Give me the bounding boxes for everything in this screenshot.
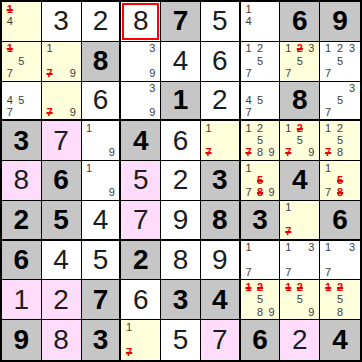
empty-mark-slot: [254, 242, 266, 254]
empty-mark-slot: [254, 266, 266, 278]
empty-mark-slot: [322, 174, 334, 186]
cell-r2c5[interactable]: 4: [161, 42, 201, 82]
empty-mark-slot: [243, 28, 255, 40]
empty-mark-slot: [16, 83, 28, 95]
empty-mark-slot: [282, 214, 294, 226]
cell-r8c1[interactable]: 1: [2, 280, 42, 320]
pencil-marks: 19: [82, 121, 120, 160]
cell-r4c8[interactable]: 12579: [280, 121, 320, 161]
cell-r5c7[interactable]: 15789: [241, 161, 281, 201]
cell-r1c3[interactable]: 2: [82, 2, 122, 42]
candidate-9: 9: [67, 106, 79, 118]
pencil-marks: 457: [2, 82, 41, 120]
pencil-marks: 1578: [320, 161, 360, 200]
empty-mark-slot: [294, 202, 306, 214]
candidate-3: 3: [147, 83, 159, 95]
empty-mark-slot: [123, 334, 135, 347]
solved-digit: 2: [292, 326, 308, 354]
cell-r2c7[interactable]: 1257: [241, 42, 281, 82]
empty-mark-slot: [322, 306, 334, 318]
cell-r6c1[interactable]: 2: [2, 201, 42, 241]
empty-mark-slot: [27, 106, 39, 118]
candidate-8: 8: [334, 147, 346, 159]
empty-mark-slot: [55, 67, 67, 79]
given-digit: 4: [133, 127, 149, 155]
empty-mark-slot: [147, 94, 159, 106]
candidate-1: 1: [84, 122, 95, 134]
empty-mark-slot: [243, 294, 255, 306]
empty-mark-slot: [282, 294, 294, 306]
cell-r7c2[interactable]: 4: [42, 241, 82, 281]
empty-mark-slot: [95, 135, 106, 147]
candidate-1: 1: [243, 242, 255, 254]
pencil-marks: 15789: [241, 161, 280, 200]
candidate-1: 1: [243, 162, 255, 174]
empty-mark-slot: [322, 135, 334, 147]
empty-mark-slot: [294, 266, 306, 278]
pencil-marks: 12357: [280, 42, 319, 81]
candidate-3: 3: [147, 43, 159, 55]
empty-mark-slot: [254, 162, 266, 174]
empty-mark-slot: [346, 254, 358, 266]
cell-r8c9[interactable]: 1258: [320, 280, 360, 320]
candidate-7: 7: [4, 106, 16, 118]
empty-mark-slot: [123, 67, 135, 79]
cell-r9c1[interactable]: 9: [2, 320, 42, 360]
empty-mark-slot: [27, 15, 39, 27]
empty-mark-slot: [266, 122, 278, 134]
empty-mark-slot: [346, 55, 358, 67]
pencil-marks: 137: [280, 241, 319, 280]
cell-r1c9[interactable]: 9: [320, 2, 360, 42]
empty-mark-slot: [346, 147, 358, 159]
empty-mark-slot: [346, 67, 358, 79]
cell-r1c8[interactable]: 6: [280, 2, 320, 42]
given-digit: 8: [93, 47, 109, 75]
cell-r1c7[interactable]: 14: [241, 2, 281, 42]
candidate-2: 2: [254, 122, 266, 134]
pencil-marks: 157: [2, 42, 41, 81]
empty-mark-slot: [16, 28, 28, 40]
candidate-3: 3: [346, 83, 358, 95]
empty-mark-slot: [147, 55, 159, 67]
empty-mark-slot: [306, 254, 318, 266]
empty-mark-slot: [266, 281, 278, 293]
pencil-marks: 457: [241, 82, 280, 120]
empty-mark-slot: [123, 83, 135, 95]
cell-r1c2[interactable]: 3: [42, 2, 82, 42]
cell-r6c7[interactable]: 3: [241, 201, 281, 241]
pencil-marks: 39: [121, 82, 160, 120]
empty-mark-slot: [322, 254, 334, 266]
pencil-marks: 357: [320, 82, 360, 120]
empty-mark-slot: [44, 94, 56, 106]
cell-r2c4[interactable]: 39: [121, 42, 161, 82]
cell-r3c5[interactable]: 1: [161, 82, 201, 122]
empty-mark-slot: [266, 43, 278, 55]
empty-mark-slot: [135, 334, 147, 347]
empty-mark-slot: [135, 346, 147, 359]
empty-mark-slot: [135, 321, 147, 334]
candidate-1: 1: [243, 3, 255, 15]
candidate-5: 5: [294, 55, 306, 67]
empty-mark-slot: [55, 43, 67, 55]
empty-mark-slot: [27, 83, 39, 95]
empty-mark-slot: [95, 122, 106, 134]
solved-digit: 6: [212, 47, 228, 75]
solved-digit: 9: [173, 206, 189, 234]
empty-mark-slot: [123, 43, 135, 55]
cell-r2c6[interactable]: 6: [201, 42, 241, 82]
candidate-5: 5: [294, 135, 306, 147]
cell-r7c1[interactable]: 6: [2, 241, 42, 281]
empty-mark-slot: [225, 147, 236, 159]
cell-r5c4[interactable]: 5: [121, 161, 161, 201]
cell-r6c3[interactable]: 4: [82, 201, 122, 241]
candidate-1: 1: [123, 321, 135, 334]
empty-mark-slot: [346, 266, 358, 278]
empty-mark-slot: [123, 55, 135, 67]
cell-r9c2[interactable]: 8: [42, 320, 82, 360]
cell-r7c3[interactable]: 5: [82, 241, 122, 281]
empty-mark-slot: [106, 135, 117, 147]
pencil-marks: 39: [121, 42, 160, 81]
cell-r2c2[interactable]: 179: [42, 42, 82, 82]
candidate-7-eliminated: 7: [44, 67, 56, 79]
candidate-9: 9: [147, 106, 159, 118]
cell-r8c2[interactable]: 2: [42, 280, 82, 320]
pencil-marks: 17: [201, 121, 239, 160]
given-digit: 2: [133, 246, 149, 274]
cell-r4c9[interactable]: 12578: [320, 121, 360, 161]
empty-mark-slot: [254, 83, 266, 95]
empty-mark-slot: [147, 346, 159, 359]
cell-r3c8[interactable]: 8: [280, 82, 320, 122]
empty-mark-slot: [67, 55, 79, 67]
solved-digit: 4: [173, 47, 189, 75]
cell-r9c6[interactable]: 7: [201, 320, 241, 360]
pencil-marks: 14: [2, 2, 41, 41]
candidate-7-eliminated: 7: [322, 147, 334, 159]
empty-mark-slot: [27, 43, 39, 55]
cell-r6c6[interactable]: 8: [201, 201, 241, 241]
solved-digit: 5: [173, 326, 189, 354]
empty-mark-slot: [254, 15, 266, 27]
cell-r7c8[interactable]: 137: [280, 241, 320, 281]
solved-digit: 5: [133, 166, 149, 194]
empty-mark-slot: [346, 106, 358, 118]
empty-mark-slot: [135, 94, 147, 106]
pencil-marks: 17: [280, 201, 319, 239]
empty-mark-slot: [27, 28, 39, 40]
empty-mark-slot: [55, 94, 67, 106]
empty-mark-slot: [266, 67, 278, 79]
empty-mark-slot: [306, 294, 318, 306]
cell-r3c1[interactable]: 457: [2, 82, 42, 122]
given-digit: 7: [173, 7, 189, 35]
empty-mark-slot: [294, 214, 306, 226]
cell-r9c7[interactable]: 6: [241, 320, 281, 360]
empty-mark-slot: [322, 55, 334, 67]
candidate-5: 5: [254, 94, 266, 106]
empty-mark-slot: [266, 28, 278, 40]
empty-mark-slot: [95, 187, 106, 199]
candidate-7: 7: [322, 67, 334, 79]
solved-digit: 8: [133, 7, 149, 35]
candidate-7: 7: [322, 187, 334, 199]
cell-r7c5[interactable]: 8: [161, 241, 201, 281]
cell-r4c6[interactable]: 17: [201, 121, 241, 161]
empty-mark-slot: [294, 254, 306, 266]
solved-digit: 8: [14, 166, 30, 194]
candidate-8-eliminated: 8: [254, 187, 266, 199]
empty-mark-slot: [266, 94, 278, 106]
cell-r1c4[interactable]: 8: [121, 2, 161, 42]
cell-r2c1[interactable]: 157: [2, 42, 42, 82]
empty-mark-slot: [346, 122, 358, 134]
candidate-1-eliminated: 1: [282, 281, 294, 293]
cell-r4c2[interactable]: 7: [42, 121, 82, 161]
empty-mark-slot: [55, 106, 67, 118]
pencil-marks: 17: [121, 320, 160, 360]
cell-r3c9[interactable]: 357: [320, 82, 360, 122]
cell-r4c5[interactable]: 6: [161, 121, 201, 161]
empty-mark-slot: [322, 94, 334, 106]
candidate-9: 9: [147, 67, 159, 79]
empty-mark-slot: [306, 266, 318, 278]
empty-mark-slot: [306, 122, 318, 134]
cell-r9c9[interactable]: 4: [320, 320, 360, 360]
empty-mark-slot: [243, 306, 255, 318]
empty-mark-slot: [95, 147, 106, 159]
candidate-1: 1: [322, 43, 334, 55]
given-digit: 6: [252, 326, 268, 354]
cell-r6c5[interactable]: 9: [161, 201, 201, 241]
candidate-3: 3: [306, 242, 318, 254]
given-digit: 8: [212, 206, 228, 234]
candidate-5: 5: [294, 294, 306, 306]
candidate-5: 5: [334, 135, 346, 147]
cell-r7c6[interactable]: 9: [201, 241, 241, 281]
empty-mark-slot: [254, 106, 266, 118]
candidate-8: 8: [254, 306, 266, 318]
candidate-1: 1: [243, 122, 255, 134]
empty-mark-slot: [266, 55, 278, 67]
candidate-7: 7: [243, 106, 255, 118]
candidate-5: 5: [254, 135, 266, 147]
cell-r4c4[interactable]: 4: [121, 121, 161, 161]
candidate-1: 1: [322, 122, 334, 134]
candidate-1: 1: [243, 43, 255, 55]
candidate-9: 9: [266, 147, 278, 159]
candidate-9: 9: [306, 306, 318, 318]
cell-r3c7[interactable]: 457: [241, 82, 281, 122]
pencil-marks: 1258: [320, 280, 360, 319]
cell-r1c1[interactable]: 14: [2, 2, 42, 42]
cell-r9c4[interactable]: 17: [121, 320, 161, 360]
empty-mark-slot: [282, 55, 294, 67]
given-digit: 4: [332, 326, 348, 354]
empty-mark-slot: [334, 83, 346, 95]
solved-digit: 2: [212, 86, 228, 114]
empty-mark-slot: [334, 242, 346, 254]
candidate-7-eliminated: 7: [123, 346, 135, 359]
cell-r5c3[interactable]: 19: [82, 161, 122, 201]
pencil-marks: 14: [241, 2, 280, 41]
empty-mark-slot: [346, 135, 358, 147]
given-digit: 8: [292, 86, 308, 114]
empty-mark-slot: [346, 94, 358, 106]
empty-mark-slot: [106, 174, 117, 186]
cell-r4c3[interactable]: 19: [82, 121, 122, 161]
cell-r8c3[interactable]: 7: [82, 280, 122, 320]
empty-mark-slot: [306, 226, 318, 238]
cell-r5c9[interactable]: 1578: [320, 161, 360, 201]
cell-r5c1[interactable]: 8: [2, 161, 42, 201]
cell-r8c6[interactable]: 4: [201, 280, 241, 320]
cell-r2c3[interactable]: 8: [82, 42, 122, 82]
cell-r8c4[interactable]: 6: [121, 280, 161, 320]
cell-r8c7[interactable]: 12589: [241, 280, 281, 320]
given-digit: 9: [332, 7, 348, 35]
cell-r4c1[interactable]: 3: [2, 121, 42, 161]
empty-mark-slot: [306, 67, 318, 79]
cell-r3c4[interactable]: 39: [121, 82, 161, 122]
empty-mark-slot: [67, 43, 79, 55]
cell-r3c6[interactable]: 2: [201, 82, 241, 122]
cell-r7c9[interactable]: 137: [320, 241, 360, 281]
given-digit: 6: [332, 206, 348, 234]
cell-r8c5[interactable]: 3: [161, 280, 201, 320]
cell-r7c4[interactable]: 2: [121, 241, 161, 281]
solved-digit: 2: [93, 7, 109, 35]
pencil-marks: 12578: [320, 121, 360, 160]
candidate-4: 4: [243, 94, 255, 106]
candidate-5: 5: [16, 94, 28, 106]
empty-mark-slot: [84, 147, 95, 159]
candidate-1: 1: [322, 162, 334, 174]
cell-r3c2[interactable]: 79: [42, 82, 82, 122]
given-digit: 5: [53, 206, 69, 234]
cell-r8c8[interactable]: 1259: [280, 280, 320, 320]
empty-mark-slot: [334, 67, 346, 79]
given-digit: 3: [212, 166, 228, 194]
candidate-9: 9: [266, 187, 278, 199]
empty-mark-slot: [203, 135, 214, 147]
candidate-7: 7: [322, 106, 334, 118]
candidate-1-eliminated: 1: [4, 3, 16, 15]
candidate-5: 5: [334, 294, 346, 306]
given-digit: 2: [14, 206, 30, 234]
empty-mark-slot: [84, 174, 95, 186]
solved-digit: 4: [93, 206, 109, 234]
empty-mark-slot: [294, 242, 306, 254]
empty-mark-slot: [346, 281, 358, 293]
empty-mark-slot: [266, 266, 278, 278]
cell-r1c6[interactable]: 5: [201, 2, 241, 42]
candidate-3: 3: [346, 43, 358, 55]
cell-r9c8[interactable]: 2: [280, 320, 320, 360]
cell-r5c5[interactable]: 2: [161, 161, 201, 201]
candidate-2: 2: [334, 43, 346, 55]
pencil-marks: 19: [82, 161, 120, 200]
candidate-8-eliminated: 8: [334, 187, 346, 199]
empty-mark-slot: [95, 174, 106, 186]
empty-mark-slot: [243, 55, 255, 67]
empty-mark-slot: [266, 294, 278, 306]
empty-mark-slot: [322, 294, 334, 306]
cell-r5c2[interactable]: 6: [42, 161, 82, 201]
cell-r6c4[interactable]: 7: [121, 201, 161, 241]
cell-r6c9[interactable]: 6: [320, 201, 360, 241]
empty-mark-slot: [254, 28, 266, 40]
candidate-7: 7: [243, 266, 255, 278]
cell-r9c5[interactable]: 5: [161, 320, 201, 360]
cell-r6c2[interactable]: 5: [42, 201, 82, 241]
cell-r5c6[interactable]: 3: [201, 161, 241, 201]
empty-mark-slot: [44, 83, 56, 95]
empty-mark-slot: [225, 122, 236, 134]
candidate-9: 9: [306, 147, 318, 159]
candidate-3: 3: [346, 242, 358, 254]
cell-r4c7[interactable]: 125789: [241, 121, 281, 161]
empty-mark-slot: [27, 67, 39, 79]
candidate-5: 5: [334, 94, 346, 106]
candidate-3: 3: [306, 43, 318, 55]
cell-r1c5[interactable]: 7: [161, 2, 201, 42]
empty-mark-slot: [346, 174, 358, 186]
empty-mark-slot: [282, 135, 294, 147]
empty-mark-slot: [214, 147, 225, 159]
empty-mark-slot: [254, 67, 266, 79]
empty-mark-slot: [55, 55, 67, 67]
pencil-marks: 12589: [241, 280, 280, 319]
pencil-marks: 137: [320, 241, 360, 280]
candidate-7-eliminated: 7: [282, 147, 294, 159]
given-digit: 6: [53, 166, 69, 194]
candidate-4: 4: [4, 94, 16, 106]
solved-digit: 9: [212, 246, 228, 274]
empty-mark-slot: [266, 174, 278, 186]
empty-mark-slot: [214, 122, 225, 134]
empty-mark-slot: [266, 83, 278, 95]
solved-digit: 5: [93, 246, 109, 274]
empty-mark-slot: [306, 55, 318, 67]
candidate-7: 7: [282, 67, 294, 79]
candidate-1: 1: [282, 202, 294, 214]
solved-digit: 7: [212, 326, 228, 354]
candidate-5: 5: [254, 55, 266, 67]
empty-mark-slot: [306, 202, 318, 214]
cell-r5c8[interactable]: 4: [280, 161, 320, 201]
empty-mark-slot: [55, 83, 67, 95]
candidate-2: 2: [254, 43, 266, 55]
cell-r3c3[interactable]: 6: [82, 82, 122, 122]
cell-r6c8[interactable]: 17: [280, 201, 320, 241]
solved-digit: 3: [53, 7, 69, 35]
empty-mark-slot: [294, 147, 306, 159]
cell-r2c9[interactable]: 12357: [320, 42, 360, 82]
empty-mark-slot: [4, 28, 16, 40]
cell-r2c8[interactable]: 12357: [280, 42, 320, 82]
pencil-marks: 17: [241, 241, 280, 280]
empty-mark-slot: [346, 294, 358, 306]
empty-mark-slot: [27, 94, 39, 106]
cell-r9c3[interactable]: 3: [82, 320, 122, 360]
given-digit: 6: [292, 7, 308, 35]
pencil-marks: 12579: [280, 121, 319, 160]
cell-r7c7[interactable]: 17: [241, 241, 281, 281]
